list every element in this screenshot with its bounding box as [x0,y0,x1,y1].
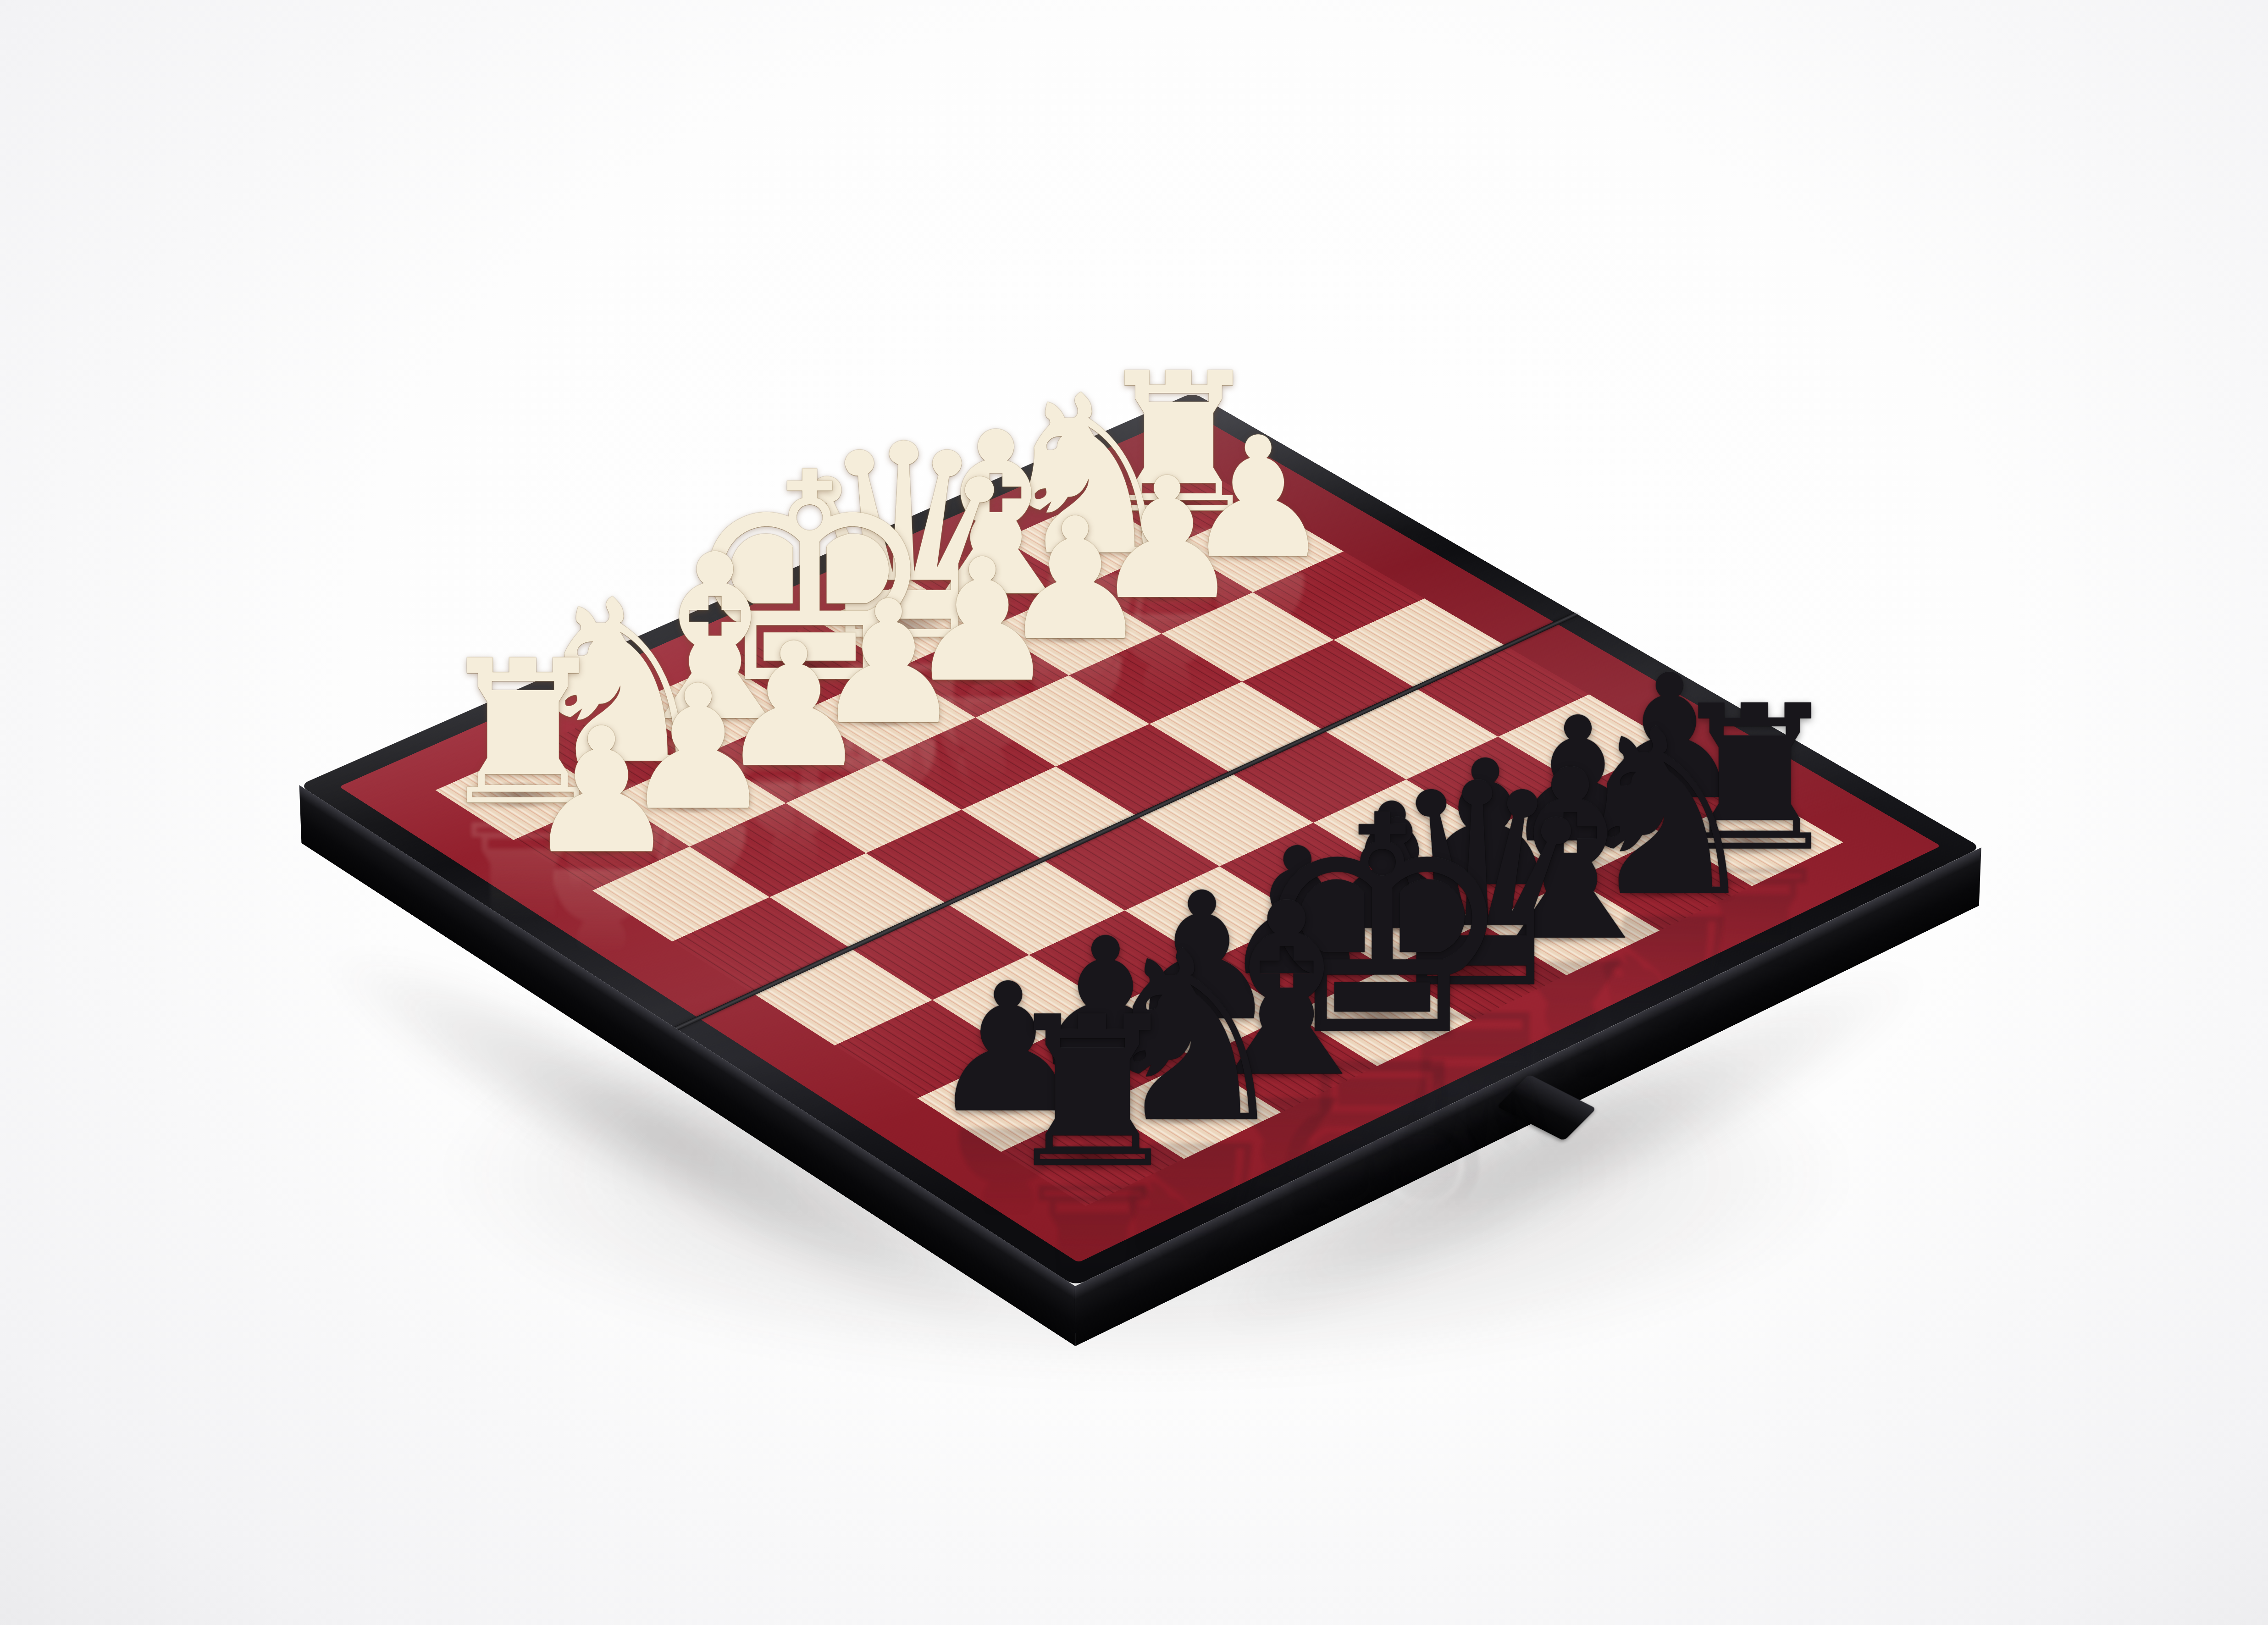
scene [0,0,2268,1625]
chess-board [299,392,1981,1286]
photo-backdrop: ♜♜♞♞♝♝♛♛♚♚♝♝♞♞♜♜♟♟♟♟♟♟♟♟♟♟♟♟♟♟♟♟♟♟♟♟♟♟♟♟… [0,0,2268,1625]
board-top-face [299,392,1981,1286]
board-grid [436,459,1843,1206]
